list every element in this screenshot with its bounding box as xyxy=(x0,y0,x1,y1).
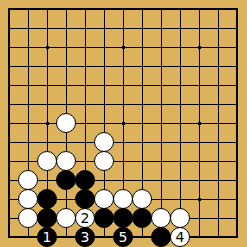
white-stone xyxy=(151,208,171,228)
white-stone xyxy=(132,189,152,209)
white-stone: 2 xyxy=(75,208,95,228)
black-stone: 5 xyxy=(113,227,133,247)
white-stone: 4 xyxy=(170,227,190,247)
black-stone xyxy=(113,208,133,228)
white-stone xyxy=(170,208,190,228)
white-stone xyxy=(94,132,114,152)
white-stone xyxy=(113,189,133,209)
white-stone xyxy=(37,151,57,171)
go-board: 21354 xyxy=(0,0,247,247)
black-stone xyxy=(75,189,95,209)
black-stone: 1 xyxy=(37,227,57,247)
white-stone xyxy=(94,151,114,171)
move-number-label: 2 xyxy=(81,211,90,225)
white-stone xyxy=(18,189,38,209)
white-stone xyxy=(18,208,38,228)
white-stone xyxy=(56,151,76,171)
black-stone xyxy=(132,208,152,228)
move-number-label: 3 xyxy=(81,230,90,244)
white-stone xyxy=(56,208,76,228)
move-number-label: 4 xyxy=(176,230,185,244)
white-stone xyxy=(56,113,76,133)
black-stone xyxy=(37,208,57,228)
black-stone xyxy=(94,208,114,228)
black-stone xyxy=(37,189,57,209)
move-number-label: 1 xyxy=(43,230,52,244)
black-stone: 3 xyxy=(75,227,95,247)
white-stone xyxy=(18,170,38,190)
stones-layer: 21354 xyxy=(0,0,247,247)
black-stone xyxy=(151,227,171,247)
black-stone xyxy=(75,170,95,190)
black-stone xyxy=(56,170,76,190)
move-number-label: 5 xyxy=(119,230,128,244)
white-stone xyxy=(94,189,114,209)
